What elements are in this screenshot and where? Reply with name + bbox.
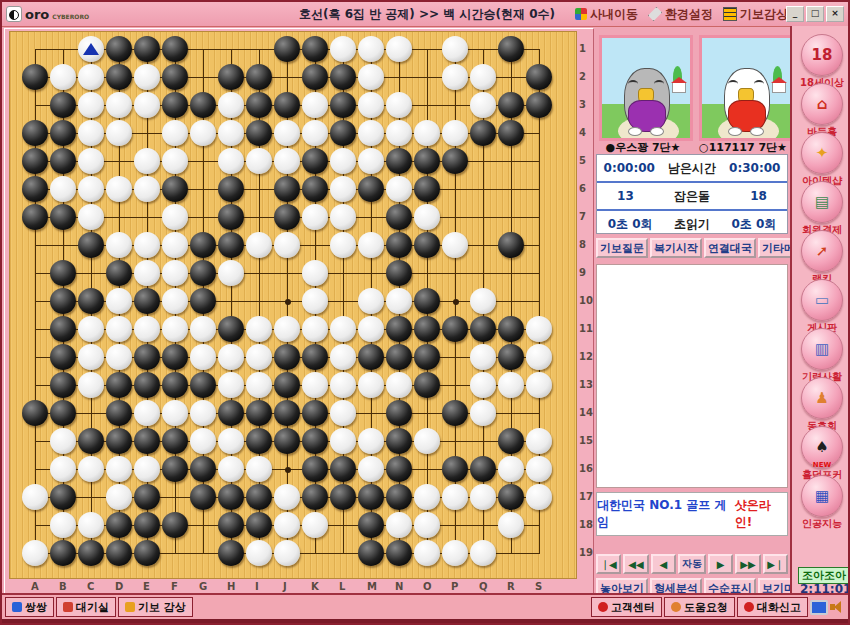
tab-기보 감상[interactable]: 기보 감상 (118, 597, 193, 617)
black-stone-F6 (162, 176, 188, 202)
button-icon (671, 602, 681, 612)
black-stone-M17 (358, 484, 384, 510)
black-stone-D14 (106, 400, 132, 426)
black-stone-B7 (50, 204, 76, 230)
column-label-L: L (339, 581, 345, 592)
white-stone-P19 (442, 540, 468, 566)
game-status-box: 0:00:00 남은시간 0:30:00 13 잡은돌 18 0초 0회 초읽기… (596, 154, 788, 234)
column-label-J: J (283, 581, 287, 592)
black-stone-G16 (190, 456, 216, 482)
black-stone-J14 (274, 400, 300, 426)
row-label-8: 8 (579, 239, 586, 250)
white-stone-H15 (218, 428, 244, 454)
button-도움요청[interactable]: 도움요청 (664, 597, 735, 617)
white-stone-C13 (78, 372, 104, 398)
black-stone-M12 (358, 344, 384, 370)
white-stone-J5 (274, 148, 300, 174)
white-stone-M3 (358, 92, 384, 118)
white-stone-P2 (442, 64, 468, 90)
black-stone-O6 (414, 176, 440, 202)
board-panel: ABCDEFGHIJKLMNOPQRS123456789101112131415… (4, 28, 594, 599)
white-stone-E9 (134, 260, 160, 286)
playback-자동[interactable]: 자동 (678, 554, 706, 574)
playback-◀[interactable]: ◀ (651, 554, 676, 574)
row-label-13: 13 (579, 379, 593, 390)
black-stone-B4 (50, 120, 76, 146)
new-badge: NEW (813, 461, 831, 469)
sidebar-item-홀덤포커[interactable]: ♠NEW홀덤포커 (792, 426, 850, 482)
speaker-icon[interactable] (830, 601, 844, 613)
black-stone-A4 (22, 120, 48, 146)
white-stone-Q17 (470, 484, 496, 510)
black-stone-K6 (302, 176, 328, 202)
button-icon (744, 602, 754, 612)
white-stone-C16 (78, 456, 104, 482)
black-stone-L2 (330, 64, 356, 90)
white-stone-Q19 (470, 540, 496, 566)
white-stone-M10 (358, 288, 384, 314)
white-stone-Q14 (470, 400, 496, 426)
랭킹-icon: ➚ (801, 230, 843, 272)
row-label-14: 14 (579, 407, 593, 418)
white-stone-M8 (358, 232, 384, 258)
black-stone-I2 (246, 64, 272, 90)
white-stone-E8 (134, 232, 160, 258)
white-stone-I5 (246, 148, 272, 174)
white-stone-F8 (162, 232, 188, 258)
white-stone-M2 (358, 64, 384, 90)
black-stone-N15 (386, 428, 412, 454)
white-stone-D11 (106, 316, 132, 342)
white-stone-H4 (218, 120, 244, 146)
black-stone-D9 (106, 260, 132, 286)
white-stone-H5 (218, 148, 244, 174)
sidebar-item-동호회[interactable]: ♟동호회 (792, 377, 850, 433)
black-stone-R3 (498, 92, 524, 118)
remaining-time-row: 0:00:00 남은시간 0:30:00 (597, 155, 787, 183)
row-label-16: 16 (579, 463, 593, 474)
black-stone-B3 (50, 92, 76, 118)
white-stone-K9 (302, 260, 328, 286)
black-stone-D1 (106, 36, 132, 62)
row-label-3: 3 (579, 99, 586, 110)
row-label-10: 10 (579, 295, 593, 306)
black-stone-E19 (134, 540, 160, 566)
house-icon (772, 82, 786, 93)
black-stone-I4 (246, 120, 272, 146)
white-stone-O7 (414, 204, 440, 230)
white-stone-L13 (330, 372, 356, 398)
button-icon (598, 602, 608, 612)
black-stone-I17 (246, 484, 272, 510)
black-stone-M19 (358, 540, 384, 566)
black-stone-C15 (78, 428, 104, 454)
black-stone-O13 (414, 372, 440, 398)
black-stone-E12 (134, 344, 160, 370)
row-label-12: 12 (579, 351, 593, 362)
black-stone-F12 (162, 344, 188, 370)
sidebar-item-게시판[interactable]: ▭게시판 (792, 279, 850, 335)
white-stone-S15 (526, 428, 552, 454)
menu-item-기보감상[interactable]: 기보감상 (723, 6, 788, 23)
ad-banner[interactable]: 대한민국 NO.1 골프 게임 샷온라인! (596, 492, 788, 536)
white-stone-M11 (358, 316, 384, 342)
row-label-15: 15 (579, 435, 593, 446)
black-stone-R1 (498, 36, 524, 62)
black-stone-O5 (414, 148, 440, 174)
black-stone-R12 (498, 344, 524, 370)
sidebar-item-label: 인공지능 (792, 517, 850, 531)
black-stone-I15 (246, 428, 272, 454)
white-stone-P4 (442, 120, 468, 146)
black-stone-J6 (274, 176, 300, 202)
black-stone-H8 (218, 232, 244, 258)
action-button-row: 기보질문복기시작연결대국기타메뉴 (596, 238, 788, 258)
black-stone-J3 (274, 92, 300, 118)
bird-eye (654, 80, 664, 88)
18세이상-icon: 18 (801, 34, 843, 76)
white-stone-K18 (302, 512, 328, 538)
black-stone-E18 (134, 512, 160, 538)
black-stone-L17 (330, 484, 356, 510)
sidebar-item-랭킹[interactable]: ➚랭킹 (792, 230, 850, 286)
white-bird-character (720, 62, 772, 134)
black-stone-N17 (386, 484, 412, 510)
black-captures: 13 (617, 189, 634, 203)
black-stone-E15 (134, 428, 160, 454)
white-stone-L8 (330, 232, 356, 258)
black-stone-L4 (330, 120, 356, 146)
row-label-6: 6 (579, 183, 586, 194)
white-stone-G11 (190, 316, 216, 342)
black-stone-J7 (274, 204, 300, 230)
remaining-time-label: 남은시간 (668, 160, 716, 177)
white-stone-I11 (246, 316, 272, 342)
white-player-avatar (699, 35, 793, 141)
squares-icon (575, 8, 587, 20)
column-label-M: M (367, 581, 377, 592)
column-label-D: D (115, 581, 123, 592)
white-player-name: ○117117 7단★ (696, 140, 790, 155)
black-stone-D18 (106, 512, 132, 538)
button-고객센터[interactable]: 고객센터 (591, 597, 662, 617)
banner-text-highlight: 샷온라인! (735, 497, 787, 531)
white-stone-J8 (274, 232, 300, 258)
black-stone-O10 (414, 288, 440, 314)
black-stone-J12 (274, 344, 300, 370)
black-stone-N8 (386, 232, 412, 258)
black-stone-Q4 (470, 120, 496, 146)
white-stone-E11 (134, 316, 160, 342)
playback-▶❘[interactable]: ▶❘ (763, 554, 788, 574)
white-stone-B15 (50, 428, 76, 454)
playback-controls: ❘◀◀◀◀자동▶▶▶▶❘ (596, 554, 788, 574)
white-stone-E6 (134, 176, 160, 202)
black-stone-D13 (106, 372, 132, 398)
white-stone-F9 (162, 260, 188, 286)
white-stone-M1 (358, 36, 384, 62)
playback-▶[interactable]: ▶ (708, 554, 733, 574)
black-stone-icon: ● (606, 141, 616, 154)
column-label-R: R (507, 581, 515, 592)
black-stone-Q16 (470, 456, 496, 482)
bird-foot (628, 127, 642, 136)
minimize-button[interactable]: _ (786, 6, 804, 22)
black-stone-K1 (302, 36, 328, 62)
white-stone-I13 (246, 372, 272, 398)
white-stone-Q2 (470, 64, 496, 90)
black-stone-F3 (162, 92, 188, 118)
white-stone-H12 (218, 344, 244, 370)
white-stone-P8 (442, 232, 468, 258)
column-label-K: K (311, 581, 319, 592)
black-stone-L16 (330, 456, 356, 482)
window-controls: _□× (786, 6, 844, 22)
black-stone-E13 (134, 372, 160, 398)
sidebar-item-바둑홀[interactable]: ⌂바둑홀 (792, 83, 850, 139)
row-label-9: 9 (579, 267, 586, 278)
회원결제-icon: ▤ (801, 181, 843, 223)
white-stone-C11 (78, 316, 104, 342)
white-stone-K3 (302, 92, 328, 118)
white-stone-C6 (78, 176, 104, 202)
row-label-2: 2 (579, 71, 586, 82)
white-stone-R18 (498, 512, 524, 538)
black-stone-F16 (162, 456, 188, 482)
black-stone-D2 (106, 64, 132, 90)
white-stone-A19 (22, 540, 48, 566)
app-logo: oro CYBERORO (6, 6, 89, 22)
white-stone-N3 (386, 92, 412, 118)
게시판-icon: ▭ (801, 279, 843, 321)
row-label-1: 1 (579, 43, 586, 54)
white-stone-C3 (78, 92, 104, 118)
sidebar-item-회원결제[interactable]: ▤회원결제 (792, 181, 850, 237)
black-stone-Q11 (470, 316, 496, 342)
white-stone-I12 (246, 344, 272, 370)
black-stone-C19 (78, 540, 104, 566)
black-stone-A5 (22, 148, 48, 174)
black-player-avatar (599, 35, 693, 141)
white-stone-K11 (302, 316, 328, 342)
white-stone-D16 (106, 456, 132, 482)
black-stone-G10 (190, 288, 216, 314)
bird-eye (754, 80, 764, 88)
white-stone-C7 (78, 204, 104, 230)
black-stone-F13 (162, 372, 188, 398)
white-stone-S11 (526, 316, 552, 342)
playback-❘◀[interactable]: ❘◀ (596, 554, 621, 574)
black-stone-J13 (274, 372, 300, 398)
black-stone-G17 (190, 484, 216, 510)
black-stone-B9 (50, 260, 76, 286)
tab-icon (125, 602, 135, 612)
white-stone-L15 (330, 428, 356, 454)
white-stone-D6 (106, 176, 132, 202)
white-stone-M13 (358, 372, 384, 398)
white-stone-E16 (134, 456, 160, 482)
black-stone-N11 (386, 316, 412, 342)
banner-text: 대한민국 NO.1 골프 게임 (597, 497, 735, 531)
black-stone-P11 (442, 316, 468, 342)
column-label-O: O (423, 581, 432, 592)
black-stone-N12 (386, 344, 412, 370)
bird-foot (728, 127, 742, 136)
white-stone-S16 (526, 456, 552, 482)
white-stone-N18 (386, 512, 412, 538)
column-label-C: C (87, 581, 94, 592)
white-stone-J18 (274, 512, 300, 538)
tab-대기실[interactable]: 대기실 (56, 597, 116, 617)
white-stone-D8 (106, 232, 132, 258)
black-stone-K17 (302, 484, 328, 510)
black-stone-C10 (78, 288, 104, 314)
black-stone-F15 (162, 428, 188, 454)
white-stone-O18 (414, 512, 440, 538)
white-stone-L7 (330, 204, 356, 230)
white-byoyomi: 0초 0회 (731, 216, 776, 233)
chat-area[interactable] (596, 264, 788, 488)
white-stone-F5 (162, 148, 188, 174)
white-stone-N10 (386, 288, 412, 314)
black-stone-E10 (134, 288, 160, 314)
white-stone-J4 (274, 120, 300, 146)
white-stone-J19 (274, 540, 300, 566)
white-stone-H9 (218, 260, 244, 286)
white-stone-K4 (302, 120, 328, 146)
button-복기시작[interactable]: 복기시작 (650, 238, 702, 258)
captures-row: 13 잡은돌 18 (597, 183, 787, 211)
sidebar-item-아이템샵[interactable]: ✦아이템샵 (792, 132, 850, 188)
black-stone-O11 (414, 316, 440, 342)
column-label-S: S (535, 581, 542, 592)
black-stone-K16 (302, 456, 328, 482)
byoyomi-label: 초읽기 (674, 216, 710, 233)
close-button[interactable]: × (826, 6, 844, 22)
white-stone-L1 (330, 36, 356, 62)
white-stone-J17 (274, 484, 300, 510)
white-stone-D4 (106, 120, 132, 146)
menu-item-환경설정[interactable]: 환경설정 (648, 6, 713, 23)
row-label-5: 5 (579, 155, 586, 166)
hoshi-point (453, 299, 459, 305)
white-stone-F4 (162, 120, 188, 146)
button-대화신고[interactable]: 대화신고 (737, 597, 808, 617)
black-stone-D15 (106, 428, 132, 454)
white-stone-D17 (106, 484, 132, 510)
white-stone-R16 (498, 456, 524, 482)
white-stone-F14 (162, 400, 188, 426)
white-stone-K13 (302, 372, 328, 398)
black-stone-R15 (498, 428, 524, 454)
column-label-Q: Q (479, 581, 488, 592)
white-stone-O4 (414, 120, 440, 146)
white-stone-E5 (134, 148, 160, 174)
menu-item-사내이동[interactable]: 사내이동 (575, 6, 638, 23)
아이템샵-icon: ✦ (801, 132, 843, 174)
sidebar: 조아조아 2:11:01 1818세이상⌂바둑홀✦아이템샵▤회원결제➚랭킹▭게시… (790, 26, 850, 601)
black-stone-G8 (190, 232, 216, 258)
black-stone-I18 (246, 512, 272, 538)
logo-text: oro (25, 7, 49, 22)
black-stone-C8 (78, 232, 104, 258)
column-label-F: F (171, 581, 178, 592)
바둑홀-icon: ⌂ (801, 83, 843, 125)
기력사활-icon: ▥ (801, 328, 843, 370)
button-기보질문[interactable]: 기보질문 (596, 238, 648, 258)
black-stone-N7 (386, 204, 412, 230)
white-stone-G4 (190, 120, 216, 146)
black-stone-K15 (302, 428, 328, 454)
white-stone-Q13 (470, 372, 496, 398)
byoyomi-row: 0초 0회 초읽기 0초 0회 (597, 211, 787, 237)
black-stone-P16 (442, 456, 468, 482)
white-stone-O15 (414, 428, 440, 454)
white-stone-O19 (414, 540, 440, 566)
sidebar-item-기력사활[interactable]: ▥기력사활 (792, 328, 850, 384)
black-stone-P14 (442, 400, 468, 426)
row-label-18: 18 (579, 519, 593, 530)
white-stone-icon: ○ (699, 141, 709, 154)
playback-▶▶[interactable]: ▶▶ (735, 554, 760, 574)
black-stone-M6 (358, 176, 384, 202)
black-stone-R8 (498, 232, 524, 258)
playback-◀◀[interactable]: ◀◀ (623, 554, 648, 574)
row-label-11: 11 (579, 323, 593, 334)
black-stone-S2 (526, 64, 552, 90)
black-stone-H6 (218, 176, 244, 202)
white-stone-G14 (190, 400, 216, 426)
bird-foot (750, 127, 764, 136)
black-stone-B11 (50, 316, 76, 342)
black-stone-O12 (414, 344, 440, 370)
row-label-4: 4 (579, 127, 586, 138)
game-title: 호선(흑 6집 반 공제) >> 백 시간승(현재 0수) (232, 6, 622, 23)
white-stone-H3 (218, 92, 244, 118)
black-stone-E1 (134, 36, 160, 62)
button-연결대국[interactable]: 연결대국 (704, 238, 756, 258)
black-stone-F1 (162, 36, 188, 62)
maximize-button[interactable]: □ (806, 6, 824, 22)
grid-icon (723, 7, 737, 21)
sidebar-item-18세이상[interactable]: 1818세이상 (792, 34, 850, 90)
title-menu: 사내이동환경설정기보감상 (575, 6, 788, 23)
go-client-window: oro CYBERORO 호선(흑 6집 반 공제) >> 백 시간승(현재 0… (0, 0, 850, 625)
tab-쌍쌍[interactable]: 쌍쌍 (5, 597, 54, 617)
white-stone-F10 (162, 288, 188, 314)
black-stone-P5 (442, 148, 468, 174)
white-stone-M16 (358, 456, 384, 482)
monitor-icon[interactable] (810, 600, 828, 615)
row-label-17: 17 (579, 491, 593, 502)
white-stone-Q10 (470, 288, 496, 314)
bird-eye (728, 80, 738, 88)
column-label-H: H (227, 581, 235, 592)
black-stone-H18 (218, 512, 244, 538)
white-stone-N13 (386, 372, 412, 398)
black-stone-R17 (498, 484, 524, 510)
black-stone-K14 (302, 400, 328, 426)
white-captures: 18 (750, 189, 767, 203)
black-stone-S3 (526, 92, 552, 118)
bird-foot (650, 127, 664, 136)
black-byoyomi: 0초 0회 (608, 216, 653, 233)
sidebar-item-인공지능[interactable]: ▦인공지능 (792, 475, 850, 531)
white-stone-L5 (330, 148, 356, 174)
column-label-P: P (451, 581, 458, 592)
title-bar: oro CYBERORO 호선(흑 6집 반 공제) >> 백 시간승(현재 0… (2, 2, 848, 27)
white-stone-B16 (50, 456, 76, 482)
